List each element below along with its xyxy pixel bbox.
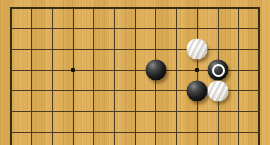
grid-line-horizontal (10, 111, 260, 112)
black-stone[interactable] (145, 60, 166, 81)
black-stone[interactable] (208, 60, 229, 81)
go-board[interactable] (0, 0, 270, 145)
grid-line-horizontal (10, 7, 260, 9)
star-point (195, 68, 199, 72)
star-point (71, 68, 75, 72)
white-stone[interactable] (187, 39, 208, 60)
grid-line-horizontal (10, 132, 260, 133)
last-move-marker (212, 64, 225, 77)
black-stone[interactable] (187, 80, 208, 101)
grid-line-horizontal (10, 28, 260, 29)
white-stone[interactable] (208, 80, 229, 101)
go-app-window (0, 0, 270, 145)
grid-line-horizontal (10, 49, 260, 50)
